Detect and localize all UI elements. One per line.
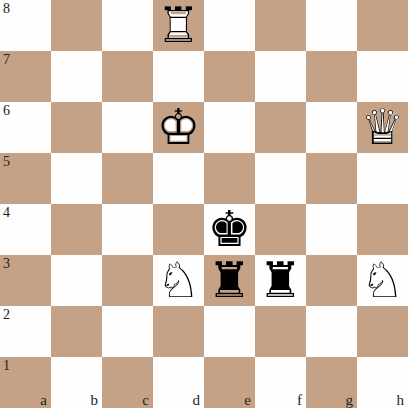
- black-rook[interactable]: ♜: [204, 255, 255, 306]
- square-b1[interactable]: b: [51, 357, 102, 408]
- chess-board: 8♜♖76♚♔♛♕54♚3♞♘♜♜♞♘21abcdefgh: [0, 0, 408, 408]
- square-b5[interactable]: [51, 153, 102, 204]
- white-knight-outline-icon: ♘: [357, 255, 408, 306]
- square-h4[interactable]: [357, 204, 408, 255]
- square-h6[interactable]: ♛♕: [357, 102, 408, 153]
- black-rook[interactable]: ♜: [255, 255, 306, 306]
- square-f6[interactable]: [255, 102, 306, 153]
- white-queen[interactable]: ♛♕: [357, 102, 408, 153]
- file-label-h: h: [397, 393, 405, 408]
- square-a4[interactable]: 4: [0, 204, 51, 255]
- square-d5[interactable]: [153, 153, 204, 204]
- white-knight[interactable]: ♞♘: [153, 255, 204, 306]
- square-b4[interactable]: [51, 204, 102, 255]
- black-rook-icon: ♜: [255, 255, 306, 306]
- rank-label-1: 1: [3, 358, 10, 373]
- square-e7[interactable]: [204, 51, 255, 102]
- square-a8[interactable]: 8: [0, 0, 51, 51]
- square-a1[interactable]: 1a: [0, 357, 51, 408]
- file-label-g: g: [346, 393, 354, 408]
- square-b6[interactable]: [51, 102, 102, 153]
- white-king[interactable]: ♚♔: [153, 102, 204, 153]
- square-a6[interactable]: 6: [0, 102, 51, 153]
- rank-label-5: 5: [3, 154, 10, 169]
- rank-label-7: 7: [3, 52, 10, 67]
- square-c5[interactable]: [102, 153, 153, 204]
- rank-label-8: 8: [3, 1, 10, 16]
- square-c7[interactable]: [102, 51, 153, 102]
- black-king[interactable]: ♚: [204, 204, 255, 255]
- square-e2[interactable]: [204, 306, 255, 357]
- black-rook-icon: ♜: [204, 255, 255, 306]
- black-king-icon: ♚: [204, 204, 255, 255]
- square-e1[interactable]: e: [204, 357, 255, 408]
- square-e3[interactable]: ♜: [204, 255, 255, 306]
- square-e6[interactable]: [204, 102, 255, 153]
- square-g3[interactable]: [306, 255, 357, 306]
- square-d7[interactable]: [153, 51, 204, 102]
- rank-label-2: 2: [3, 307, 10, 322]
- square-f1[interactable]: f: [255, 357, 306, 408]
- square-h8[interactable]: [357, 0, 408, 51]
- rank-label-3: 3: [3, 256, 10, 271]
- square-c3[interactable]: [102, 255, 153, 306]
- rank-label-4: 4: [3, 205, 10, 220]
- square-f2[interactable]: [255, 306, 306, 357]
- file-label-c: c: [142, 393, 149, 408]
- square-e4[interactable]: ♚: [204, 204, 255, 255]
- square-h3[interactable]: ♞♘: [357, 255, 408, 306]
- square-g7[interactable]: [306, 51, 357, 102]
- white-rook-outline-icon: ♖: [153, 0, 204, 51]
- square-d4[interactable]: [153, 204, 204, 255]
- square-d8[interactable]: ♜♖: [153, 0, 204, 51]
- square-d1[interactable]: d: [153, 357, 204, 408]
- square-h7[interactable]: [357, 51, 408, 102]
- square-f4[interactable]: [255, 204, 306, 255]
- square-d3[interactable]: ♞♘: [153, 255, 204, 306]
- square-c2[interactable]: [102, 306, 153, 357]
- square-a7[interactable]: 7: [0, 51, 51, 102]
- white-knight-outline-icon: ♘: [153, 255, 204, 306]
- white-queen-outline-icon: ♕: [357, 102, 408, 153]
- file-label-d: d: [193, 393, 201, 408]
- square-b8[interactable]: [51, 0, 102, 51]
- square-f3[interactable]: ♜: [255, 255, 306, 306]
- square-g2[interactable]: [306, 306, 357, 357]
- square-g8[interactable]: [306, 0, 357, 51]
- square-b2[interactable]: [51, 306, 102, 357]
- rank-label-6: 6: [3, 103, 10, 118]
- square-c4[interactable]: [102, 204, 153, 255]
- square-f5[interactable]: [255, 153, 306, 204]
- white-king-outline-icon: ♔: [153, 102, 204, 153]
- square-g6[interactable]: [306, 102, 357, 153]
- file-label-b: b: [91, 393, 99, 408]
- square-a5[interactable]: 5: [0, 153, 51, 204]
- square-e5[interactable]: [204, 153, 255, 204]
- square-e8[interactable]: [204, 0, 255, 51]
- square-d6[interactable]: ♚♔: [153, 102, 204, 153]
- file-label-e: e: [244, 393, 251, 408]
- square-c6[interactable]: [102, 102, 153, 153]
- square-h1[interactable]: h: [357, 357, 408, 408]
- square-g5[interactable]: [306, 153, 357, 204]
- square-h2[interactable]: [357, 306, 408, 357]
- square-a3[interactable]: 3: [0, 255, 51, 306]
- square-g1[interactable]: g: [306, 357, 357, 408]
- square-b7[interactable]: [51, 51, 102, 102]
- square-a2[interactable]: 2: [0, 306, 51, 357]
- square-f7[interactable]: [255, 51, 306, 102]
- square-b3[interactable]: [51, 255, 102, 306]
- square-h5[interactable]: [357, 153, 408, 204]
- white-knight[interactable]: ♞♘: [357, 255, 408, 306]
- file-label-f: f: [297, 393, 302, 408]
- square-d2[interactable]: [153, 306, 204, 357]
- square-g4[interactable]: [306, 204, 357, 255]
- square-c8[interactable]: [102, 0, 153, 51]
- file-label-a: a: [40, 393, 47, 408]
- square-c1[interactable]: c: [102, 357, 153, 408]
- white-rook[interactable]: ♜♖: [153, 0, 204, 51]
- square-f8[interactable]: [255, 0, 306, 51]
